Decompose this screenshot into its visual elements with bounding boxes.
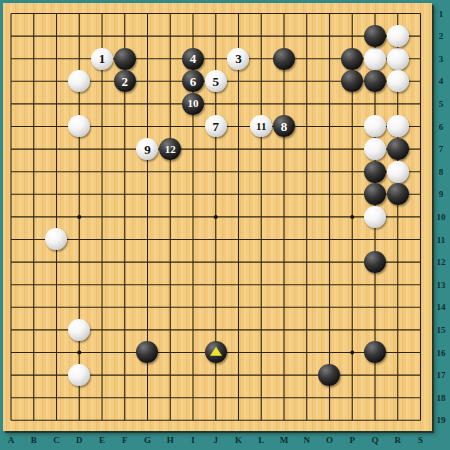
stone-black-Q9 [364, 183, 386, 205]
move-number: 8 [281, 119, 288, 132]
col-label-G: G [144, 435, 151, 445]
row-label-15: 15 [437, 325, 446, 335]
stone-black-R7 [387, 138, 409, 160]
col-label-O: O [326, 435, 333, 445]
move-number: 6 [190, 74, 197, 87]
board-grid[interactable]: 134265107118912 [0, 2, 432, 431]
row-label-11: 11 [437, 235, 446, 245]
col-label-D: D [76, 435, 83, 445]
stone-black-R9 [387, 183, 409, 205]
stone-black-Q2 [364, 25, 386, 47]
stone-black-F4-move-2: 2 [114, 70, 136, 92]
go-diagram: 134265107118912 123456789101112131415161… [0, 0, 450, 450]
row-label-12: 12 [437, 257, 446, 267]
stone-black-P3 [341, 48, 363, 70]
stone-black-I3-move-4: 4 [182, 48, 204, 70]
col-label-S: S [418, 435, 423, 445]
move-number: 9 [144, 142, 151, 155]
stone-black-Q16 [364, 341, 386, 363]
stone-white-G7-move-9: 9 [136, 138, 158, 160]
stone-white-Q3 [364, 48, 386, 70]
col-label-Q: Q [371, 435, 378, 445]
col-label-R: R [395, 435, 402, 445]
stone-black-G16 [136, 341, 158, 363]
col-label-K: K [235, 435, 242, 445]
row-label-8: 8 [439, 167, 444, 177]
stone-white-R8 [387, 161, 409, 183]
col-label-M: M [280, 435, 289, 445]
col-label-B: B [31, 435, 37, 445]
row-label-17: 17 [437, 370, 446, 380]
col-label-F: F [122, 435, 128, 445]
row-label-3: 3 [439, 54, 444, 64]
move-number: 1 [99, 52, 106, 65]
stone-black-H7-move-12: 12 [159, 138, 181, 160]
stone-black-J16 [205, 341, 227, 363]
stone-white-D6 [68, 115, 90, 137]
stone-white-Q10 [364, 206, 386, 228]
row-label-13: 13 [437, 280, 446, 290]
row-label-19: 19 [437, 415, 446, 425]
stone-white-Q7 [364, 138, 386, 160]
stone-white-R2 [387, 25, 409, 47]
stone-black-P4 [341, 70, 363, 92]
stone-white-L6-move-11: 11 [250, 115, 272, 137]
row-label-4: 4 [439, 76, 444, 86]
stone-white-J6-move-7: 7 [205, 115, 227, 137]
stone-black-I4-move-6: 6 [182, 70, 204, 92]
move-number: 5 [212, 74, 219, 87]
col-label-L: L [258, 435, 264, 445]
stone-white-E3-move-1: 1 [91, 48, 113, 70]
stone-white-Q6 [364, 115, 386, 137]
stone-white-D4 [68, 70, 90, 92]
row-label-16: 16 [437, 348, 446, 358]
stone-black-I5-move-10: 10 [182, 93, 204, 115]
stone-white-J4-move-5: 5 [205, 70, 227, 92]
stone-black-M3 [273, 48, 295, 70]
stone-white-K3-move-3: 3 [227, 48, 249, 70]
goban[interactable]: 134265107118912 [3, 3, 432, 431]
stone-white-R6 [387, 115, 409, 137]
stone-white-D15 [68, 319, 90, 341]
row-label-10: 10 [437, 212, 446, 222]
row-label-2: 2 [439, 31, 444, 41]
stone-black-O17 [318, 364, 340, 386]
last-move-triangle-icon [210, 347, 222, 356]
row-label-9: 9 [439, 189, 444, 199]
col-label-J: J [214, 435, 219, 445]
col-label-H: H [167, 435, 174, 445]
col-label-I: I [191, 435, 195, 445]
move-number: 7 [212, 119, 219, 132]
move-number: 4 [190, 52, 197, 65]
row-label-6: 6 [439, 122, 444, 132]
stone-black-Q4 [364, 70, 386, 92]
row-label-7: 7 [439, 144, 444, 154]
move-number: 3 [235, 52, 242, 65]
stone-white-C11 [45, 228, 67, 250]
stone-white-R3 [387, 48, 409, 70]
stone-black-M6-move-8: 8 [273, 115, 295, 137]
col-label-N: N [304, 435, 311, 445]
col-label-C: C [53, 435, 60, 445]
col-label-P: P [350, 435, 356, 445]
stone-black-F3 [114, 48, 136, 70]
row-label-5: 5 [439, 99, 444, 109]
stone-white-D17 [68, 364, 90, 386]
move-number: 12 [165, 143, 176, 154]
stone-black-Q12 [364, 251, 386, 273]
row-label-14: 14 [437, 302, 446, 312]
move-number: 10 [187, 98, 198, 109]
row-label-18: 18 [437, 393, 446, 403]
col-label-A: A [8, 435, 15, 445]
move-number: 2 [121, 74, 128, 87]
move-number: 11 [256, 120, 266, 131]
stone-white-R4 [387, 70, 409, 92]
col-label-E: E [99, 435, 105, 445]
stone-black-Q8 [364, 161, 386, 183]
row-label-1: 1 [439, 9, 444, 19]
